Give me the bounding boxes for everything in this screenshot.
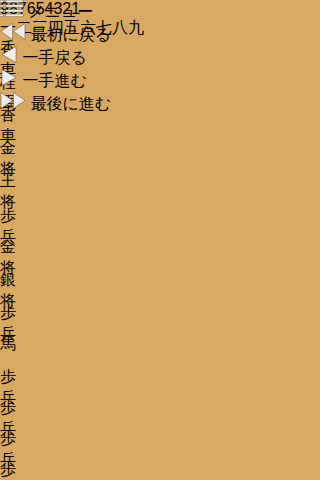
menu-button[interactable]: メニュー bbox=[0, 0, 320, 23]
piece-pawn-gote[interactable]: 歩兵 bbox=[0, 303, 24, 334]
piece-pawn-gote[interactable]: 歩兵 bbox=[0, 460, 24, 480]
menu-button-label: メニュー bbox=[28, 3, 93, 20]
rewind-to-start-icon bbox=[0, 23, 26, 40]
step-back-label: 一手戻る bbox=[22, 49, 86, 66]
step-forward-label: 一手進む bbox=[22, 72, 86, 89]
rewind-to-start-button[interactable]: 最初に戻る bbox=[0, 23, 320, 46]
piece-pawn-sente[interactable]: 歩兵 bbox=[0, 429, 24, 460]
step-back-button[interactable]: 一手戻る bbox=[0, 46, 320, 69]
toolbar: メニュー 最初に戻る 一手戻る 一手進む 最後に進む bbox=[0, 0, 320, 42]
rewind-to-start-label: 最初に戻る bbox=[30, 26, 111, 43]
menu-list-icon bbox=[0, 0, 24, 17]
forward-to-end-icon bbox=[0, 92, 26, 109]
forward-to-end-label: 最後に進む bbox=[30, 95, 111, 112]
piece-king-gote[interactable]: 王将 bbox=[0, 171, 30, 206]
piece-kanji: 馬 bbox=[0, 334, 27, 355]
piece-pawn-gote[interactable]: 歩兵 bbox=[0, 367, 24, 398]
forward-to-end-button[interactable]: 最後に進む bbox=[0, 92, 320, 115]
piece-kanji: 歩兵 bbox=[0, 460, 24, 480]
piece-pawn-gote[interactable]: 歩兵 bbox=[0, 398, 24, 429]
step-back-icon bbox=[0, 46, 18, 63]
piece-pawn-gote[interactable]: 歩兵 bbox=[0, 206, 24, 237]
piece-gold-gote[interactable]: 金将 bbox=[0, 237, 27, 270]
step-forward-button[interactable]: 一手進む bbox=[0, 69, 320, 92]
step-forward-icon bbox=[0, 69, 18, 86]
piece-silver-gote[interactable]: 銀将 bbox=[0, 270, 27, 303]
piece-gold-gote[interactable]: 金将 bbox=[0, 138, 27, 171]
piece-promoted-bishop-sente[interactable]: 馬 bbox=[0, 334, 27, 367]
